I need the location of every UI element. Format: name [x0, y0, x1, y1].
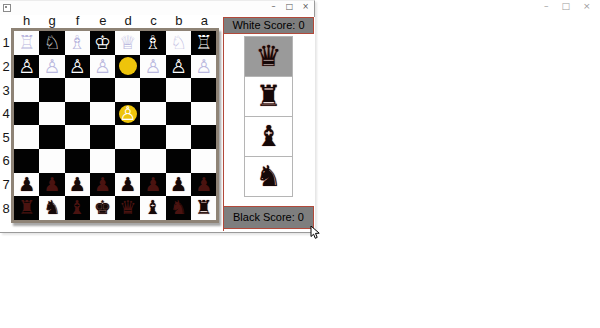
square-a5[interactable]	[191, 125, 216, 149]
mouse-cursor	[310, 225, 321, 243]
rook-piece-icon: ♜	[256, 82, 282, 111]
file-label-g: g	[39, 13, 64, 29]
square-d7[interactable]: ♟	[115, 173, 140, 197]
square-f7[interactable]: ♟	[65, 173, 90, 197]
square-a6[interactable]	[191, 149, 216, 173]
piece-bP-h7: ♟	[14, 173, 39, 197]
promotion-choice-knight[interactable]: ♞	[244, 156, 293, 197]
bg-window-close-button[interactable]: ×	[583, 1, 591, 11]
piece-wP-a2: ♙	[191, 55, 216, 79]
promotion-choice-queen[interactable]: ♛	[244, 36, 293, 77]
square-c3[interactable]	[140, 78, 165, 102]
piece-wQ-d1: ♕	[115, 31, 140, 55]
square-d5[interactable]	[115, 125, 140, 149]
file-label-h: h	[14, 13, 39, 29]
square-e5[interactable]	[90, 125, 115, 149]
square-f5[interactable]	[65, 125, 90, 149]
piece-wP-d4: ♙	[115, 102, 140, 126]
black-score-bar: Black Score: 0	[223, 206, 314, 229]
file-label-d: d	[116, 13, 141, 29]
chess-app-window: –□× hgfedcba 12345678 ♖♘♗♔♕♗♘♖♙♙♙♙♙♙♙♙♟♟…	[0, 0, 315, 233]
knight-piece-icon: ♞	[256, 162, 282, 191]
square-h4[interactable]	[14, 102, 39, 126]
square-b4[interactable]	[166, 102, 191, 126]
square-c1[interactable]: ♗	[140, 31, 165, 55]
piece-bP-g7: ♟	[39, 173, 64, 197]
piece-bN-b8: ♞	[166, 196, 191, 220]
window-controls: –□×	[269, 2, 310, 11]
square-a2[interactable]: ♙	[191, 55, 216, 79]
square-a8[interactable]: ♜	[191, 196, 216, 220]
square-h7[interactable]: ♟	[14, 173, 39, 197]
piece-wP-c2: ♙	[140, 55, 165, 79]
file-label-f: f	[65, 13, 90, 29]
square-a7[interactable]: ♟	[191, 173, 216, 197]
square-e6[interactable]	[90, 149, 115, 173]
square-d3[interactable]	[115, 78, 140, 102]
board-grid: ♖♘♗♔♕♗♘♖♙♙♙♙♙♙♙♙♟♟♟♟♟♟♟♟♜♞♝♚♛♝♞♜	[14, 31, 216, 220]
square-e7[interactable]: ♟	[90, 173, 115, 197]
square-c4[interactable]	[140, 102, 165, 126]
bishop-piece-icon: ♝	[256, 122, 282, 151]
square-h5[interactable]	[14, 125, 39, 149]
window-close-button[interactable]: ×	[301, 2, 310, 11]
square-b7[interactable]: ♟	[166, 173, 191, 197]
square-h2[interactable]: ♙	[14, 55, 39, 79]
square-d6[interactable]	[115, 149, 140, 173]
square-g3[interactable]	[39, 78, 64, 102]
square-h6[interactable]	[14, 149, 39, 173]
square-g8[interactable]: ♞	[39, 196, 64, 220]
square-b2[interactable]: ♙	[166, 55, 191, 79]
piece-wB-f1: ♗	[65, 31, 90, 55]
queen-piece-icon: ♛	[256, 42, 282, 71]
piece-wN-b1: ♘	[166, 31, 191, 55]
square-g2[interactable]: ♙	[39, 55, 64, 79]
piece-wB-c1: ♗	[140, 31, 165, 55]
piece-wR-h1: ♖	[14, 31, 39, 55]
piece-wP-e2: ♙	[90, 55, 115, 79]
app-icon	[3, 4, 11, 12]
window-minimize-button[interactable]: –	[269, 2, 278, 11]
square-a3[interactable]	[191, 78, 216, 102]
square-d1[interactable]: ♕	[115, 31, 140, 55]
square-f1[interactable]: ♗	[65, 31, 90, 55]
square-b3[interactable]	[166, 78, 191, 102]
bg-window-maximize-button[interactable]: □	[562, 1, 571, 11]
square-f4[interactable]	[65, 102, 90, 126]
square-h8[interactable]: ♜	[14, 196, 39, 220]
square-d4[interactable]: ♙	[115, 102, 140, 126]
square-c6[interactable]	[140, 149, 165, 173]
square-a1[interactable]: ♖	[191, 31, 216, 55]
square-c5[interactable]	[140, 125, 165, 149]
piece-bR-a8: ♜	[191, 196, 216, 220]
piece-wP-b2: ♙	[166, 55, 191, 79]
chess-board: ♖♘♗♔♕♗♘♖♙♙♙♙♙♙♙♙♟♟♟♟♟♟♟♟♜♞♝♚♛♝♞♜	[11, 28, 219, 223]
piece-wR-a1: ♖	[191, 31, 216, 55]
promotion-choice-bishop[interactable]: ♝	[244, 116, 293, 157]
piece-wP-h2: ♙	[14, 55, 39, 79]
piece-bB-f8: ♝	[65, 196, 90, 220]
bg-window-minimize-button[interactable]: –	[544, 1, 549, 11]
promotion-choice-rook[interactable]: ♜	[244, 76, 293, 117]
piece-bB-c8: ♝	[140, 196, 165, 220]
background-window-controls: –□×	[544, 1, 591, 11]
square-e8[interactable]: ♚	[90, 196, 115, 220]
square-b6[interactable]	[166, 149, 191, 173]
square-h1[interactable]: ♖	[14, 31, 39, 55]
square-d8[interactable]: ♛	[115, 196, 140, 220]
file-label-c: c	[141, 13, 166, 29]
square-c2[interactable]: ♙	[140, 55, 165, 79]
square-d2[interactable]	[115, 55, 140, 79]
square-f3[interactable]	[65, 78, 90, 102]
piece-wP-g2: ♙	[39, 55, 64, 79]
square-b1[interactable]: ♘	[166, 31, 191, 55]
square-b5[interactable]	[166, 125, 191, 149]
piece-bK-e8: ♚	[90, 196, 115, 220]
square-b8[interactable]: ♞	[166, 196, 191, 220]
piece-bP-c7: ♟	[140, 173, 165, 197]
file-labels: hgfedcba	[14, 13, 217, 29]
square-e3[interactable]	[90, 78, 115, 102]
piece-wN-g1: ♘	[39, 31, 64, 55]
square-g1[interactable]: ♘	[39, 31, 64, 55]
piece-bR-h8: ♜	[14, 196, 39, 220]
square-e4[interactable]	[90, 102, 115, 126]
highlight-circle-d2	[119, 57, 137, 75]
piece-bP-d7: ♟	[115, 173, 140, 197]
piece-bP-a7: ♟	[191, 173, 216, 197]
square-g4[interactable]	[39, 102, 64, 126]
square-c8[interactable]: ♝	[140, 196, 165, 220]
piece-bP-b7: ♟	[166, 173, 191, 197]
square-e1[interactable]: ♔	[90, 31, 115, 55]
square-g5[interactable]	[39, 125, 64, 149]
piece-bN-g8: ♞	[39, 196, 64, 220]
square-f6[interactable]	[65, 149, 90, 173]
square-e2[interactable]: ♙	[90, 55, 115, 79]
square-f8[interactable]: ♝	[65, 196, 90, 220]
window-maximize-button[interactable]: □	[285, 2, 294, 11]
promotion-piece-list: ♛♜♝♞	[244, 36, 294, 197]
piece-wK-e1: ♔	[90, 31, 115, 55]
square-h3[interactable]	[14, 78, 39, 102]
side-panel: White Score: 0 ♛♜♝♞ Black Score: 0	[223, 17, 315, 231]
square-g7[interactable]: ♟	[39, 173, 64, 197]
piece-bP-e7: ♟	[90, 173, 115, 197]
piece-wP-f2: ♙	[65, 55, 90, 79]
square-g6[interactable]	[39, 149, 64, 173]
square-f2[interactable]: ♙	[65, 55, 90, 79]
white-score-bar: White Score: 0	[223, 17, 314, 34]
file-label-a: a	[192, 13, 217, 29]
file-label-e: e	[90, 13, 115, 29]
square-a4[interactable]	[191, 102, 216, 126]
square-c7[interactable]: ♟	[140, 173, 165, 197]
piece-bP-f7: ♟	[65, 173, 90, 197]
file-label-b: b	[166, 13, 191, 29]
piece-bQ-d8: ♛	[115, 196, 140, 220]
